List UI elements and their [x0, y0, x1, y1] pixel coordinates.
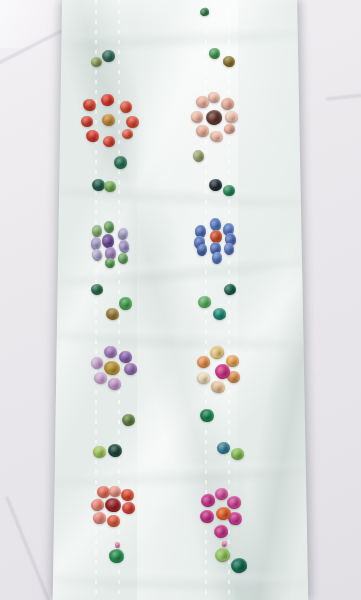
leaf-cluster-left-2-knot [91, 284, 103, 295]
flower-4-left-coral-knot [93, 512, 106, 524]
flower-2-left-purple-knot [102, 234, 115, 249]
flower-2-left-purple-knot [103, 220, 115, 233]
flower-2-right-blue-knot [223, 243, 234, 256]
flower-4-left-coral-knot [106, 514, 120, 527]
flower-4-right-magenta-knot [199, 509, 214, 523]
flower-1-left-red-knot [84, 129, 100, 144]
leaf-cluster-left-2-knot [104, 307, 119, 321]
leaf-cluster-right-3-knot [230, 447, 244, 460]
flower-1-right-peach-knot [223, 123, 236, 135]
flower-4-left-coral-knot [121, 501, 135, 514]
flower-2-left-purple-knot [118, 239, 130, 254]
leaf-cluster-right-2-knot [197, 295, 211, 308]
leaf-cluster-right-2-knot [223, 282, 237, 295]
flower-1-left-red-knot [125, 115, 140, 129]
flower-1-right-peach-knot [208, 129, 223, 142]
embroidery-layer [0, 0, 361, 600]
flower-1-left-red-knot [81, 98, 97, 113]
flower-3-right-multicolor-knot [210, 379, 227, 394]
flower-3-left-lilac-knot [107, 378, 121, 391]
bottom-knots-right-knot [230, 556, 248, 573]
flower-4-left-coral-knot [119, 488, 134, 503]
leaf-cluster-left-2-knot [118, 296, 132, 310]
flower-1-left-red-knot [81, 115, 93, 126]
photo-scene [0, 0, 361, 600]
flower-1-right-peach-knot [219, 97, 234, 111]
top-edge-knot-knot [199, 7, 210, 17]
flower-3-right-multicolor-knot [196, 372, 210, 385]
leaf-cluster-right-1-knot [191, 149, 205, 163]
top-leaf-pair-right-knot [208, 47, 220, 59]
flower-2-right-blue-knot [196, 243, 209, 257]
flower-3-left-lilac-knot [93, 372, 106, 384]
leaf-cluster-left-1-knot [103, 179, 117, 192]
leaf-cluster-right-1-knot [208, 178, 223, 192]
leaf-cluster-right-1-knot [223, 184, 235, 195]
flower-4-right-magenta-knot [227, 495, 241, 508]
leaf-cluster-right-3-knot [199, 407, 216, 423]
flower-2-left-purple-knot [92, 225, 103, 238]
flower-3-left-lilac-knot [90, 356, 105, 371]
bottom-knots-right-knot [221, 541, 227, 548]
top-leaf-pair-right-knot [222, 55, 236, 68]
flower-1-left-red-knot [120, 101, 133, 114]
leaf-cluster-left-3-knot [121, 414, 135, 427]
flower-3-right-multicolor-knot [196, 355, 211, 369]
flower-1-right-peach-knot [225, 111, 238, 123]
flower-1-right-peach-knot [190, 110, 203, 123]
bottom-knot-left-knot [108, 548, 124, 563]
flower-4-right-magenta-knot [213, 523, 230, 539]
flower-4-left-coral-knot [104, 496, 123, 513]
flower-2-left-purple-knot [91, 248, 104, 262]
bottom-knots-right-knot [213, 546, 231, 563]
flower-4-right-magenta-knot [200, 492, 217, 508]
flower-1-left-red-knot [101, 114, 114, 126]
leaf-cluster-left-3-knot [92, 446, 105, 458]
flower-4-right-magenta-knot [214, 487, 228, 500]
flower-3-left-lilac-knot [123, 362, 138, 376]
leaf-cluster-right-3-knot [215, 441, 230, 455]
flower-1-right-peach-knot [195, 124, 209, 137]
leaf-cluster-left-1-knot [113, 155, 126, 168]
leaf-cluster-left-1-knot [91, 178, 105, 191]
flower-2-left-purple-knot [104, 257, 115, 268]
flower-2-right-blue-knot [209, 229, 222, 243]
flower-1-left-red-knot [100, 93, 115, 107]
leaf-cluster-right-2-knot [212, 308, 225, 320]
flower-1-left-red-knot [121, 129, 133, 140]
flower-1-left-red-knot [102, 134, 116, 147]
flower-4-left-coral-knot [96, 486, 109, 498]
top-leaf-pair-left-knot [90, 56, 102, 68]
flower-2-right-blue-knot [211, 251, 222, 264]
flower-3-right-multicolor-knot [209, 344, 226, 360]
flower-4-left-coral-knot [108, 485, 121, 497]
flower-1-right-peach-knot [205, 109, 223, 126]
flower-4-left-coral-knot [89, 498, 104, 512]
bottom-knot-left-knot [114, 542, 119, 548]
flower-2-left-purple-knot [118, 252, 129, 264]
flower-3-left-lilac-knot [103, 345, 117, 358]
top-leaf-pair-left-knot [101, 50, 115, 63]
leaf-cluster-left-3-knot [107, 443, 123, 458]
